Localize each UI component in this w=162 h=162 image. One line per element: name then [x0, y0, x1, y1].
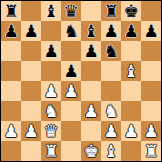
- black-bishop-icon[interactable]: ♝: [83, 21, 98, 41]
- black-pawn-icon[interactable]: ♟: [83, 41, 98, 61]
- square-h6[interactable]: [141, 41, 161, 61]
- black-pawn-icon[interactable]: ♟: [123, 21, 138, 41]
- square-f4[interactable]: [101, 81, 121, 101]
- black-queen-icon[interactable]: ♛: [63, 1, 78, 21]
- square-e2[interactable]: [81, 121, 101, 141]
- square-a3[interactable]: [1, 101, 21, 121]
- square-e5[interactable]: [81, 61, 101, 81]
- square-a8[interactable]: ♜: [1, 1, 21, 21]
- black-pawn-icon[interactable]: ♟: [103, 21, 118, 41]
- square-g7[interactable]: ♟: [121, 21, 141, 41]
- square-d3[interactable]: [61, 101, 81, 121]
- square-c3[interactable]: ♞: [41, 101, 61, 121]
- square-g8[interactable]: ♚: [121, 1, 141, 21]
- square-g4[interactable]: [121, 81, 141, 101]
- white-knight-icon[interactable]: ♞: [43, 101, 58, 121]
- square-e4[interactable]: [81, 81, 101, 101]
- white-pawn-icon[interactable]: ♟: [143, 121, 158, 141]
- white-rook-icon[interactable]: ♜: [143, 141, 158, 161]
- square-g3[interactable]: [121, 101, 141, 121]
- square-d8[interactable]: ♛: [61, 1, 81, 21]
- square-e8[interactable]: [81, 1, 101, 21]
- square-h7[interactable]: ♟: [141, 21, 161, 41]
- square-b6[interactable]: [21, 41, 41, 61]
- square-f7[interactable]: ♟: [101, 21, 121, 41]
- square-h2[interactable]: ♟: [141, 121, 161, 141]
- white-pawn-icon[interactable]: ♟: [123, 121, 138, 141]
- square-h3[interactable]: [141, 101, 161, 121]
- square-b5[interactable]: [21, 61, 41, 81]
- square-e6[interactable]: ♟: [81, 41, 101, 61]
- square-c5[interactable]: [41, 61, 61, 81]
- square-h1[interactable]: ♜: [141, 141, 161, 161]
- square-d7[interactable]: ♞: [61, 21, 81, 41]
- square-c1[interactable]: ♜: [41, 141, 61, 161]
- white-pawn-icon[interactable]: ♟: [103, 121, 118, 141]
- square-c4[interactable]: ♟: [41, 81, 61, 101]
- black-pawn-icon[interactable]: ♟: [23, 21, 38, 41]
- square-e3[interactable]: ♟: [81, 101, 101, 121]
- square-a1[interactable]: [1, 141, 21, 161]
- square-b7[interactable]: ♟: [21, 21, 41, 41]
- white-queen-icon[interactable]: ♛: [43, 121, 58, 141]
- square-g1[interactable]: [121, 141, 141, 161]
- black-pawn-icon[interactable]: ♟: [63, 61, 78, 81]
- square-c6[interactable]: ♟: [41, 41, 61, 61]
- white-pawn-icon[interactable]: ♟: [23, 121, 38, 141]
- square-d1[interactable]: [61, 141, 81, 161]
- square-a6[interactable]: [1, 41, 21, 61]
- white-rook-icon[interactable]: ♜: [43, 141, 58, 161]
- square-h5[interactable]: [141, 61, 161, 81]
- square-f5[interactable]: [101, 61, 121, 81]
- square-f2[interactable]: ♟: [101, 121, 121, 141]
- white-pawn-icon[interactable]: ♟: [83, 101, 98, 121]
- white-knight-icon[interactable]: ♞: [103, 101, 118, 121]
- square-d6[interactable]: [61, 41, 81, 61]
- square-f8[interactable]: ♜: [101, 1, 121, 21]
- white-bishop-icon[interactable]: ♝: [103, 141, 118, 161]
- white-pawn-icon[interactable]: ♟: [63, 81, 78, 101]
- black-bishop-icon[interactable]: ♝: [43, 1, 58, 21]
- chess-board: ♜♝♛♜♚♟♟♞♝♟♟♟♟♟♞♟♝♟♟♞♟♞♟♟♛♟♟♟♜♚♝♜: [0, 0, 162, 162]
- black-pawn-icon[interactable]: ♟: [143, 21, 158, 41]
- square-a7[interactable]: ♟: [1, 21, 21, 41]
- square-g2[interactable]: ♟: [121, 121, 141, 141]
- square-f3[interactable]: ♞: [101, 101, 121, 121]
- white-king-icon[interactable]: ♚: [83, 141, 98, 161]
- square-b4[interactable]: [21, 81, 41, 101]
- square-b1[interactable]: [21, 141, 41, 161]
- black-pawn-icon[interactable]: ♟: [43, 41, 58, 61]
- square-f6[interactable]: ♞: [101, 41, 121, 61]
- square-c7[interactable]: [41, 21, 61, 41]
- square-g6[interactable]: [121, 41, 141, 61]
- square-a4[interactable]: [1, 81, 21, 101]
- square-d2[interactable]: [61, 121, 81, 141]
- black-pawn-icon[interactable]: ♟: [3, 21, 18, 41]
- white-bishop-icon[interactable]: ♝: [123, 61, 138, 81]
- square-d4[interactable]: ♟: [61, 81, 81, 101]
- white-pawn-icon[interactable]: ♟: [3, 121, 18, 141]
- white-pawn-icon[interactable]: ♟: [43, 81, 58, 101]
- black-knight-icon[interactable]: ♞: [63, 21, 78, 41]
- square-b8[interactable]: [21, 1, 41, 21]
- square-f1[interactable]: ♝: [101, 141, 121, 161]
- black-rook-icon[interactable]: ♜: [3, 1, 18, 21]
- square-h8[interactable]: [141, 1, 161, 21]
- square-b2[interactable]: ♟: [21, 121, 41, 141]
- square-g5[interactable]: ♝: [121, 61, 141, 81]
- square-a2[interactable]: ♟: [1, 121, 21, 141]
- black-king-icon[interactable]: ♚: [123, 1, 138, 21]
- square-b3[interactable]: [21, 101, 41, 121]
- square-c2[interactable]: ♛: [41, 121, 61, 141]
- square-e1[interactable]: ♚: [81, 141, 101, 161]
- square-e7[interactable]: ♝: [81, 21, 101, 41]
- square-d5[interactable]: ♟: [61, 61, 81, 81]
- square-c8[interactable]: ♝: [41, 1, 61, 21]
- square-a5[interactable]: [1, 61, 21, 81]
- square-h4[interactable]: [141, 81, 161, 101]
- black-rook-icon[interactable]: ♜: [103, 1, 118, 21]
- black-knight-icon[interactable]: ♞: [103, 41, 118, 61]
